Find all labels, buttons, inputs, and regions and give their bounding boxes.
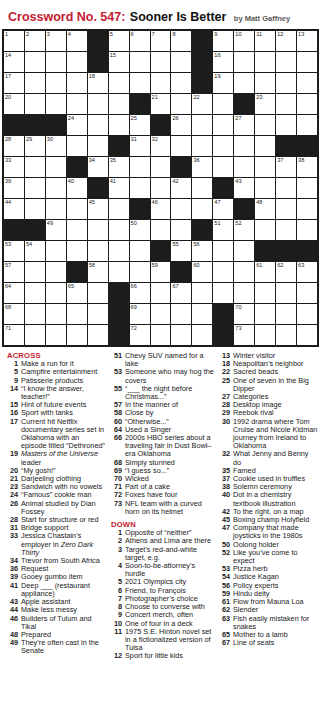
grid-cell[interactable] [171,199,191,219]
grid-cell[interactable] [192,325,212,345]
grid-cell[interactable] [130,241,150,261]
grid-cell[interactable] [276,178,296,198]
grid-cell[interactable] [151,52,171,72]
grid-cell[interactable]: 24 [67,115,87,135]
grid-cell[interactable] [255,52,275,72]
grid-cell[interactable] [276,73,296,93]
grid-cell[interactable] [297,220,317,240]
grid-cell[interactable] [46,283,66,303]
grid-cell[interactable] [255,304,275,324]
clue-text: “___ the night before Christmas...” [125,385,214,401]
grid-cell[interactable] [255,157,275,177]
clue-list-across-cont: 51Chevy SUV named for a lake53Someone wh… [111,352,214,516]
grid-cell[interactable]: 7 [151,31,171,51]
grid-cell[interactable] [234,52,254,72]
grid-cell[interactable] [46,157,66,177]
grid-cell[interactable] [255,220,275,240]
grid-cell[interactable]: 6 [130,31,150,51]
cell-number: 27 [235,115,241,122]
cell-number: 54 [26,241,32,248]
cell-number: 16 [214,52,220,59]
clue: 111975 S.E. Hinton novel set in a fictio… [111,628,214,653]
grid-cell[interactable]: 28 [4,136,24,156]
grid-cell [234,199,254,219]
cell-number: 5 [110,31,113,38]
grid-cell[interactable] [297,73,317,93]
clue-text: Sport for little kids [125,652,214,660]
grid-cell[interactable] [25,304,45,324]
cell-number: 2 [26,31,29,38]
grid-cell[interactable] [67,241,87,261]
cell-number: 4 [68,31,71,38]
cell-number: 39 [5,178,11,185]
grid-cell[interactable]: 72 [130,325,150,345]
grid-cell[interactable] [171,325,191,345]
grid-cell[interactable] [46,262,66,282]
grid-cell [25,115,45,135]
grid-cell[interactable] [46,241,66,261]
grid-cell[interactable] [171,304,191,324]
cell-number: 49 [47,220,53,227]
cell-number: 43 [235,178,241,185]
grid-cell [151,115,171,135]
grid-cell [130,94,150,114]
cell-number: 52 [235,220,241,227]
grid-cell[interactable]: 67 [171,283,191,303]
grid-cell [192,220,212,240]
cell-number: 62 [277,262,283,269]
grid-cell[interactable] [297,325,317,345]
clue-number: 14 [7,385,18,401]
clue-text: Target’s red-and-white target, e.g. [125,546,214,562]
clue: 33Jessica Chastain’s employer in Zero Da… [7,532,106,557]
grid-cell[interactable] [46,73,66,93]
grid-cell[interactable] [25,283,45,303]
cell-number: 53 [5,241,11,248]
clue-number: 67 [219,639,230,647]
cell-number: 20 [5,94,11,101]
cell-number: 44 [5,199,11,206]
clue: 51Chevy SUV named for a lake [111,352,214,368]
grid-cell[interactable] [276,199,296,219]
grid-cell[interactable]: 23 [255,94,275,114]
grid-cell[interactable] [25,73,45,93]
grid-cell[interactable]: 10 [234,31,254,51]
grid-cell [192,52,212,72]
grid-cell[interactable]: 41 [109,178,129,198]
clue-number: 66 [111,434,122,459]
grid-cell[interactable]: 73 [234,325,254,345]
grid-cell[interactable]: 9 [213,31,233,51]
grid-cell[interactable]: 35 [109,157,129,177]
grid-cell[interactable] [46,304,66,324]
grid-cell[interactable] [255,325,275,345]
clue-number: 53 [111,368,122,384]
grid-cell [192,31,212,51]
clue-text: 1975 S.E. Hinton novel set in a fictiona… [125,628,214,653]
grid-cell[interactable]: 71 [4,325,24,345]
clue-number: 63 [219,615,230,631]
grid-cell[interactable] [25,262,45,282]
grid-cell[interactable] [109,199,129,219]
grid-cell[interactable] [151,178,171,198]
grid-cell[interactable] [234,136,254,156]
grid-cell[interactable] [192,199,212,219]
clue: 3Target’s red-and-white target, e.g. [111,546,214,562]
grid-cell[interactable] [192,283,212,303]
grid-cell[interactable]: 46 [151,199,171,219]
cell-number: 24 [68,115,74,122]
byline: by Matt Gaffney [234,14,290,23]
grid-cell[interactable]: 68 [4,304,24,324]
grid-cell[interactable] [234,283,254,303]
cell-number: 37 [277,157,283,164]
grid-cell[interactable] [297,178,317,198]
clue-text: Dot in a chemistry textbook illustration [233,491,318,507]
grid-cell[interactable] [67,325,87,345]
grid-cell [109,325,129,345]
grid-cell[interactable] [130,52,150,72]
grid-cell[interactable]: 54 [25,241,45,261]
grid-cell[interactable]: 11 [255,31,275,51]
grid-cell[interactable]: 2 [25,31,45,51]
grid-cell [276,241,296,261]
grid-cell[interactable] [276,304,296,324]
grid-cell[interactable] [213,262,233,282]
grid-cell [88,52,108,72]
clue-text: “I know the answer, teacher!” [21,385,106,401]
grid-cell[interactable]: 22 [192,94,212,114]
grid-cell[interactable] [297,52,317,72]
grid-cell[interactable] [213,115,233,135]
grid-cell[interactable]: 37 [276,157,296,177]
grid-cell [213,178,233,198]
grid-cell[interactable]: 56 [192,241,212,261]
grid-cell[interactable] [171,52,191,72]
grid-cell[interactable]: 38 [297,157,317,177]
grid-cell[interactable] [213,136,233,156]
clue-number: 26 [7,500,18,516]
grid-cell[interactable] [297,283,317,303]
grid-cell[interactable]: 42 [171,178,191,198]
grid-cell[interactable] [151,220,171,240]
cell-number: 68 [5,304,11,311]
grid-cell [213,304,233,324]
grid-cell[interactable] [88,94,108,114]
grid-cell[interactable]: 5 [109,31,129,51]
cell-number: 40 [68,178,74,185]
cell-number: 67 [172,283,178,290]
grid-cell[interactable] [151,283,171,303]
grid-cell[interactable]: 57 [4,262,24,282]
grid-cell[interactable]: 58 [88,262,108,282]
grid-cell[interactable] [213,283,233,303]
grid-cell[interactable] [234,73,254,93]
grid-cell[interactable] [109,241,129,261]
clue: 662000s HBO series about a traveling fai… [111,434,214,459]
grid-cell[interactable]: 62 [276,262,296,282]
grid-cell[interactable] [67,52,87,72]
clue-number: 47 [219,524,230,540]
grid-cell[interactable]: 21 [151,94,171,114]
clue-text: Chevy SUV named for a lake [125,352,214,368]
clue-number: 46 [7,615,18,631]
grid-cell[interactable]: 26 [171,115,191,135]
grid-cell[interactable] [297,199,317,219]
cell-number: 10 [235,31,241,38]
grid-cell[interactable]: 40 [67,178,87,198]
grid-cell[interactable]: 1 [4,31,24,51]
grid-cell[interactable]: 19 [213,73,233,93]
grid-cell[interactable]: 20 [4,94,24,114]
grid-cell[interactable] [234,157,254,177]
grid-cell[interactable]: 55 [171,241,191,261]
grid-cell[interactable]: 61 [255,262,275,282]
grid-cell[interactable] [25,325,45,345]
grid-cell[interactable] [276,94,296,114]
grid-cell[interactable] [276,52,296,72]
grid-cell[interactable]: 65 [67,283,87,303]
grid-cell[interactable] [234,262,254,282]
clue-list-across: 1Make a run for it5Campfire entertainmen… [7,360,106,655]
cell-number: 34 [89,157,95,164]
grid-cell[interactable] [88,283,108,303]
grid-cell[interactable]: 15 [109,52,129,72]
grid-cell[interactable]: 63 [297,262,317,282]
clue: 46Builders of Tulum and Tikal [7,615,106,631]
clue-text: Someone who may hog the covers [125,368,214,384]
grid-cell[interactable]: 45 [88,199,108,219]
grid-cell[interactable] [46,325,66,345]
clue-text: Deep ___ (restaurant appliance) [21,582,106,598]
grid-cell[interactable] [109,115,129,135]
grid-cell[interactable]: 29 [25,136,45,156]
grid-cell[interactable] [88,241,108,261]
grid-cell[interactable] [46,178,66,198]
grid-cell[interactable]: 43 [234,178,254,198]
grid-cell[interactable]: 8 [171,31,191,51]
grid-cell[interactable]: 14 [4,52,24,72]
clue-text: What Jenny and Benny do [233,450,318,466]
grid-cell[interactable] [46,94,66,114]
grid-cell[interactable]: 33 [4,157,24,177]
clue-text: 1992 drama where Tom Cruise and Nicole K… [233,418,318,451]
grid-cell[interactable] [109,94,129,114]
grid-cell[interactable]: 17 [4,73,24,93]
clue-number: 55 [111,385,122,401]
grid-cell[interactable] [297,94,317,114]
grid-cell[interactable] [109,73,129,93]
cell-number: 64 [5,283,11,290]
clue-text: Builders of Tulum and Tikal [21,615,106,631]
clue-text: 2000s HBO series about a traveling fair … [125,434,214,459]
puzzle-number: Crossword No. 547: [8,10,125,24]
grid-cell[interactable] [67,220,87,240]
grid-cell[interactable] [151,157,171,177]
cell-number: 8 [172,31,175,38]
grid-cell[interactable] [25,157,45,177]
grid-cell[interactable] [234,241,254,261]
grid-cell [255,241,275,261]
cell-number: 1 [5,31,8,38]
grid-cell[interactable] [130,73,150,93]
clue: 19Masters of the Universe leader [7,450,106,466]
clue-text: Line of seats [233,639,318,647]
grid-cell[interactable]: 53 [4,241,24,261]
grid-cell[interactable]: 59 [151,262,171,282]
clue-number: 52 [219,549,230,565]
clue: 53Someone who may hog the covers [111,368,214,384]
grid-cell[interactable] [46,199,66,219]
grid-cell[interactable] [25,52,45,72]
grid-cell [67,157,87,177]
grid-cell[interactable] [130,157,150,177]
grid-cell[interactable]: 25 [130,115,150,135]
grid-cell[interactable]: 47 [213,199,233,219]
grid-cell[interactable] [192,115,212,135]
clue-text: Animal studied by Dian Fossey [21,500,106,516]
grid-cell[interactable]: 36 [192,157,212,177]
grid-cell[interactable] [88,136,108,156]
cell-number: 7 [152,31,155,38]
grid-cell[interactable]: 4 [67,31,87,51]
grid-cell[interactable] [213,94,233,114]
clue-number: 30 [219,418,230,451]
grid-cell[interactable] [88,304,108,324]
grid-cell[interactable] [171,94,191,114]
grid-cell[interactable] [130,178,150,198]
cell-number: 15 [110,52,116,59]
grid-cell[interactable] [151,325,171,345]
cell-number: 70 [235,304,241,311]
grid-cell[interactable] [67,199,87,219]
grid-cell[interactable]: 3 [46,31,66,51]
grid-cell[interactable]: 66 [130,283,150,303]
cell-number: 22 [193,94,199,101]
clue: 67Line of seats [219,639,318,647]
cell-number: 55 [172,241,178,248]
grid-cell[interactable] [297,304,317,324]
grid-cell[interactable]: 31 [130,136,150,156]
grid-cell[interactable] [255,178,275,198]
grid-cell[interactable] [25,94,45,114]
clue-number: 17 [7,418,18,451]
grid-cell[interactable] [67,94,87,114]
grid-cell[interactable] [255,136,275,156]
grid-cell[interactable]: 64 [4,283,24,303]
grid-cell[interactable] [255,283,275,303]
grid-cell[interactable]: 30 [46,136,66,156]
grid-cell[interactable] [88,220,108,240]
grid-cell [109,283,129,303]
clue: 4Soon-to-be-attorney’s hurdle [111,562,214,578]
grid-cell[interactable] [151,73,171,93]
grid-cell[interactable] [109,220,129,240]
clue-number: 19 [7,450,18,466]
clue-text: Soon-to-be-attorney’s hurdle [125,562,214,578]
grid-cell[interactable]: 44 [4,199,24,219]
cell-number: 61 [256,262,262,269]
grid-cell[interactable] [109,262,129,282]
clue-number: 49 [7,639,18,655]
grid-cell[interactable]: 51 [213,220,233,240]
grid-cell[interactable] [67,73,87,93]
grid-cell[interactable] [276,283,296,303]
grid-cell[interactable] [213,157,233,177]
grid-cell[interactable] [297,115,317,135]
grid-cell[interactable] [25,178,45,198]
grid-cell[interactable]: 70 [234,304,254,324]
grid-cell[interactable]: 39 [4,178,24,198]
grid-cell[interactable] [213,241,233,261]
grid-cell[interactable] [171,220,191,240]
grid-cell[interactable] [46,52,66,72]
clue-text: Masters of the Universe leader [21,450,106,466]
grid-cell[interactable]: 48 [255,199,275,219]
grid-cell[interactable] [67,136,87,156]
grid-cell[interactable] [171,136,191,156]
grid-cell[interactable] [276,220,296,240]
grid-cell[interactable]: 34 [88,157,108,177]
clue: 25One of seven in the Big Dipper [219,377,318,393]
grid-cell [46,115,66,135]
cell-number: 23 [256,94,262,101]
grid-cell[interactable] [171,73,191,93]
grid-cell [88,178,108,198]
grid-cell[interactable] [192,304,212,324]
grid-cell[interactable]: 32 [151,136,171,156]
grid-cell[interactable]: 50 [130,220,150,240]
grid-cell[interactable]: 52 [234,220,254,240]
grid-cell[interactable]: 49 [46,220,66,240]
grid-cell[interactable]: 13 [297,31,317,51]
cell-number: 25 [131,115,137,122]
clue-number: 12 [111,652,122,660]
clue-number: 3 [111,546,122,562]
grid-cell[interactable]: 12 [276,31,296,51]
grid-cell[interactable] [130,262,150,282]
grid-cell[interactable] [25,199,45,219]
clue-list-down: 1Opposite of “neither”2Athens and Lima a… [111,529,214,660]
puzzle-title: Crossword No. 547: Sooner Is Better by M… [0,0,320,29]
grid-cell[interactable]: 18 [88,73,108,93]
grid-cell[interactable] [276,115,296,135]
grid-cell[interactable]: 69 [130,304,150,324]
grid-cell[interactable]: 27 [234,115,254,135]
grid-cell[interactable] [88,325,108,345]
clue-number: 11 [111,628,122,653]
grid-cell[interactable] [255,115,275,135]
grid-cell[interactable] [255,73,275,93]
grid-cell[interactable] [67,304,87,324]
grid-cell [234,94,254,114]
cell-number: 48 [256,199,262,206]
cell-number: 18 [89,73,95,80]
cell-number: 58 [89,262,95,269]
grid-cell[interactable] [151,304,171,324]
grid-cell[interactable]: 60 [192,262,212,282]
cell-number: 45 [89,199,95,206]
grid-cell[interactable] [192,178,212,198]
grid-cell [192,73,212,93]
cell-number: 46 [152,199,158,206]
grid-cell [297,241,317,261]
grid-cell[interactable] [192,136,212,156]
grid-cell[interactable]: 16 [213,52,233,72]
grid-cell [4,220,24,240]
grid-cell[interactable] [276,325,296,345]
grid-cell[interactable] [88,115,108,135]
